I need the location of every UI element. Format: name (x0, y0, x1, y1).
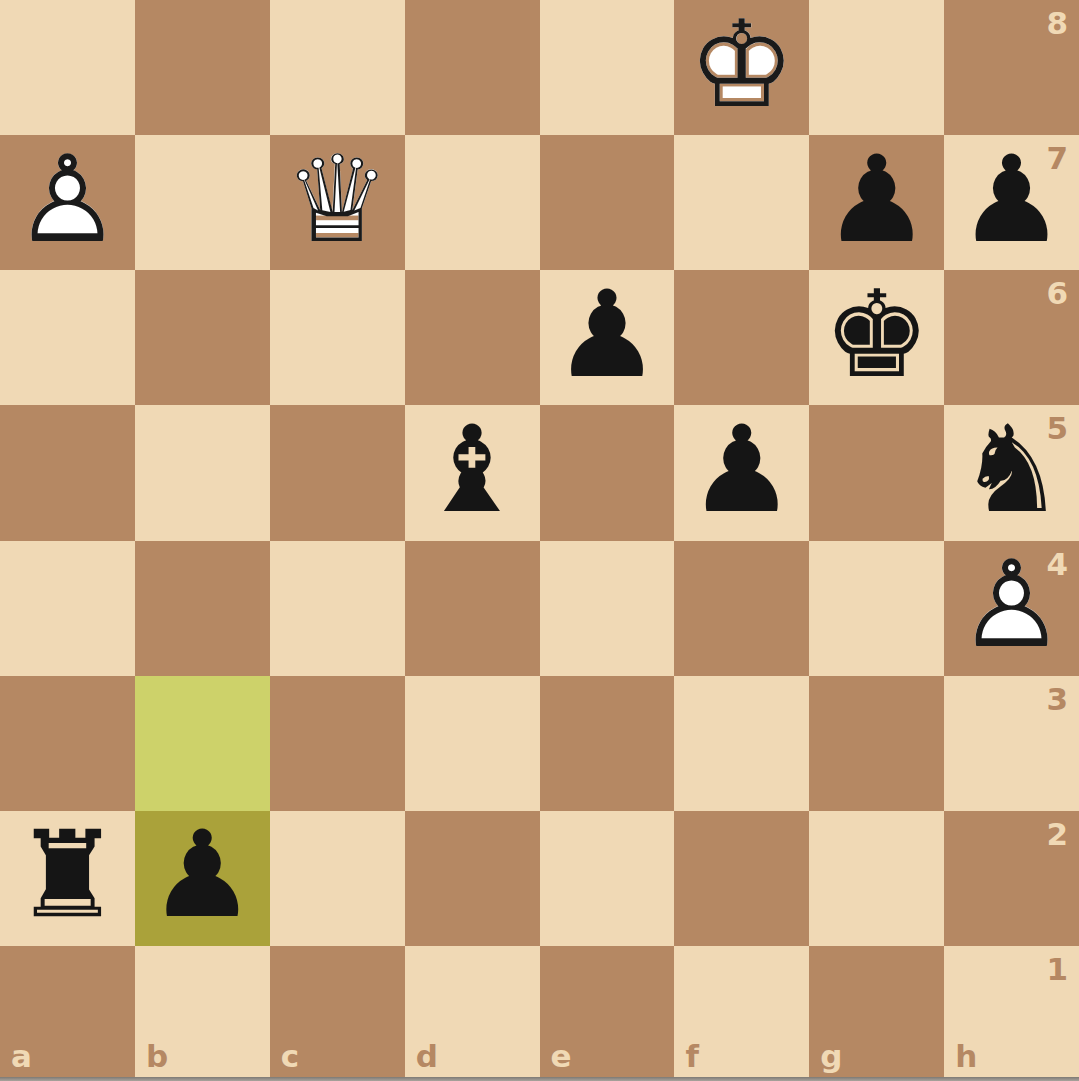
file-label-a: a (11, 1038, 32, 1074)
square-g8[interactable] (809, 0, 944, 135)
chess-board-window: ♚♔8♟♙♛♕♟♟7♟♚6♝♟♞5♟♙43♜♟2abcdefgh1 (0, 0, 1079, 1081)
black-king[interactable]: ♚ (809, 270, 944, 405)
file-label-c: c (281, 1038, 299, 1074)
white-king[interactable]: ♚♔ (674, 0, 809, 135)
square-e3[interactable] (540, 676, 675, 811)
square-b4[interactable] (135, 541, 270, 676)
black-pawn-glyph: ♟ (540, 267, 675, 402)
black-pawn-glyph: ♟ (944, 132, 1079, 267)
square-f8[interactable]: ♚♔ (674, 0, 809, 135)
square-a2[interactable]: ♜ (0, 811, 135, 946)
square-g4[interactable] (809, 541, 944, 676)
square-e7[interactable] (540, 135, 675, 270)
chess-board: ♚♔8♟♙♛♕♟♟7♟♚6♝♟♞5♟♙43♜♟2abcdefgh1 (0, 0, 1079, 1081)
square-h1[interactable]: h1 (944, 946, 1079, 1081)
white-queen-outline: ♕ (270, 132, 405, 267)
square-d2[interactable] (405, 811, 540, 946)
black-pawn-glyph: ♟ (809, 132, 944, 267)
rank-label-3: 3 (1046, 681, 1068, 717)
rank-label-8: 8 (1046, 5, 1068, 41)
square-e8[interactable] (540, 0, 675, 135)
square-c1[interactable]: c (270, 946, 405, 1081)
square-e1[interactable]: e (540, 946, 675, 1081)
square-a6[interactable] (0, 270, 135, 405)
rank-label-6: 6 (1046, 275, 1068, 311)
square-g3[interactable] (809, 676, 944, 811)
black-pawn[interactable]: ♟ (809, 135, 944, 270)
square-f2[interactable] (674, 811, 809, 946)
square-h7[interactable]: ♟7 (944, 135, 1079, 270)
square-g7[interactable]: ♟ (809, 135, 944, 270)
square-e5[interactable] (540, 405, 675, 540)
file-label-d: d (416, 1038, 438, 1074)
file-label-g: g (820, 1038, 842, 1074)
white-pawn-outline: ♙ (0, 132, 135, 267)
square-c5[interactable] (270, 405, 405, 540)
square-g2[interactable] (809, 811, 944, 946)
square-b6[interactable] (135, 270, 270, 405)
square-a7[interactable]: ♟♙ (0, 135, 135, 270)
square-c2[interactable] (270, 811, 405, 946)
square-f7[interactable] (674, 135, 809, 270)
square-c7[interactable]: ♛♕ (270, 135, 405, 270)
square-d8[interactable] (405, 0, 540, 135)
square-d3[interactable] (405, 676, 540, 811)
square-b8[interactable] (135, 0, 270, 135)
square-f1[interactable]: f (674, 946, 809, 1081)
square-h5[interactable]: ♞5 (944, 405, 1079, 540)
square-b2[interactable]: ♟ (135, 811, 270, 946)
square-h3[interactable]: 3 (944, 676, 1079, 811)
square-b3[interactable] (135, 676, 270, 811)
white-pawn[interactable]: ♟♙ (0, 135, 135, 270)
square-c6[interactable] (270, 270, 405, 405)
square-d7[interactable] (405, 135, 540, 270)
black-king-glyph: ♚ (809, 267, 944, 402)
square-f4[interactable] (674, 541, 809, 676)
black-bishop[interactable]: ♝ (405, 405, 540, 540)
square-c8[interactable] (270, 0, 405, 135)
square-c3[interactable] (270, 676, 405, 811)
square-e6[interactable]: ♟ (540, 270, 675, 405)
file-label-f: f (685, 1038, 699, 1074)
square-h6[interactable]: 6 (944, 270, 1079, 405)
square-a1[interactable]: a (0, 946, 135, 1081)
black-pawn[interactable]: ♟ (674, 405, 809, 540)
file-label-b: b (146, 1038, 168, 1074)
white-pawn-outline: ♙ (944, 538, 1079, 673)
square-c4[interactable] (270, 541, 405, 676)
black-pawn[interactable]: ♟ (944, 135, 1079, 270)
square-e2[interactable] (540, 811, 675, 946)
square-b7[interactable] (135, 135, 270, 270)
square-f5[interactable]: ♟ (674, 405, 809, 540)
square-a3[interactable] (0, 676, 135, 811)
square-d6[interactable] (405, 270, 540, 405)
black-knight-glyph: ♞ (944, 402, 1079, 537)
square-h2[interactable]: 2 (944, 811, 1079, 946)
black-pawn[interactable]: ♟ (135, 811, 270, 946)
black-rook[interactable]: ♜ (0, 811, 135, 946)
square-d5[interactable]: ♝ (405, 405, 540, 540)
white-queen[interactable]: ♛♕ (270, 135, 405, 270)
square-b1[interactable]: b (135, 946, 270, 1081)
black-pawn[interactable]: ♟ (540, 270, 675, 405)
square-d1[interactable]: d (405, 946, 540, 1081)
black-pawn-glyph: ♟ (674, 402, 809, 537)
file-label-h: h (955, 1038, 977, 1074)
black-rook-glyph: ♜ (0, 808, 135, 943)
square-h4[interactable]: ♟♙4 (944, 541, 1079, 676)
square-f3[interactable] (674, 676, 809, 811)
square-g5[interactable] (809, 405, 944, 540)
square-e4[interactable] (540, 541, 675, 676)
black-pawn-glyph: ♟ (135, 808, 270, 943)
square-g1[interactable]: g (809, 946, 944, 1081)
file-label-e: e (551, 1038, 572, 1074)
square-f6[interactable] (674, 270, 809, 405)
white-king-outline: ♔ (674, 0, 809, 132)
rank-label-1: 1 (1046, 951, 1068, 987)
black-knight[interactable]: ♞ (944, 405, 1079, 540)
white-pawn[interactable]: ♟♙ (944, 541, 1079, 676)
square-a5[interactable] (0, 405, 135, 540)
square-d4[interactable] (405, 541, 540, 676)
black-bishop-glyph: ♝ (405, 402, 540, 537)
square-h8[interactable]: 8 (944, 0, 1079, 135)
square-g6[interactable]: ♚ (809, 270, 944, 405)
square-a8[interactable] (0, 0, 135, 135)
rank-label-2: 2 (1046, 816, 1068, 852)
square-a4[interactable] (0, 541, 135, 676)
board-bottom-edge (0, 1077, 1079, 1081)
square-b5[interactable] (135, 405, 270, 540)
